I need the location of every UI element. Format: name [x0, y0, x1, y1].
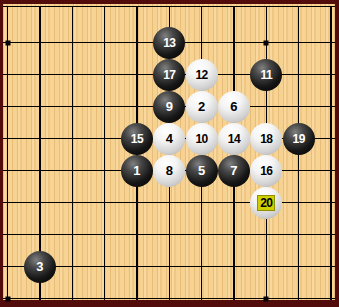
- move-number: 19: [293, 133, 305, 145]
- move-number: 5: [198, 164, 205, 177]
- move-number: 10: [196, 133, 208, 145]
- star-point: [264, 296, 269, 301]
- stone-16: 16: [250, 155, 282, 187]
- grid-line-v: [72, 7, 73, 300]
- grid-line-v: [104, 7, 105, 300]
- move-number: 2: [198, 100, 205, 113]
- star-point: [5, 296, 10, 301]
- move-number: 9: [166, 100, 173, 113]
- move-number: 1: [133, 164, 140, 177]
- stone-20: 20: [250, 187, 282, 219]
- stone-8: 8: [153, 155, 185, 187]
- stone-10: 10: [186, 123, 218, 155]
- grid-line-v: [330, 7, 331, 300]
- move-number: 17: [163, 69, 175, 81]
- stone-9: 9: [153, 91, 185, 123]
- stone-3: 3: [24, 251, 56, 283]
- star-point: [5, 40, 10, 45]
- stone-1: 1: [121, 155, 153, 187]
- grid-line-v: [7, 7, 8, 300]
- stone-7: 7: [218, 155, 250, 187]
- stone-17: 17: [153, 59, 185, 91]
- move-number: 18: [260, 133, 272, 145]
- stone-15: 15: [121, 123, 153, 155]
- move-number: 6: [230, 100, 237, 113]
- move-number: 8: [166, 164, 173, 177]
- move-number: 4: [166, 132, 173, 145]
- stone-5: 5: [186, 155, 218, 187]
- stone-11: 11: [250, 59, 282, 91]
- star-point: [264, 40, 269, 45]
- diagram-frame: 1234567891011121314151617181920: [0, 0, 339, 307]
- stone-19: 19: [283, 123, 315, 155]
- move-number: 14: [228, 133, 240, 145]
- move-number: 13: [163, 37, 175, 49]
- move-number: 16: [260, 165, 272, 177]
- move-number: 7: [230, 164, 237, 177]
- renju-board[interactable]: 1234567891011121314151617181920: [3, 4, 335, 300]
- stone-14: 14: [218, 123, 250, 155]
- stone-6: 6: [218, 91, 250, 123]
- stone-12: 12: [186, 59, 218, 91]
- stone-2: 2: [186, 91, 218, 123]
- move-number: 15: [131, 133, 143, 145]
- stone-13: 13: [153, 27, 185, 59]
- move-number: 3: [36, 260, 43, 273]
- last-move-highlight: 20: [257, 195, 275, 211]
- stone-4: 4: [153, 123, 185, 155]
- move-number: 12: [196, 69, 208, 81]
- move-number: 11: [261, 69, 273, 81]
- stone-18: 18: [250, 123, 282, 155]
